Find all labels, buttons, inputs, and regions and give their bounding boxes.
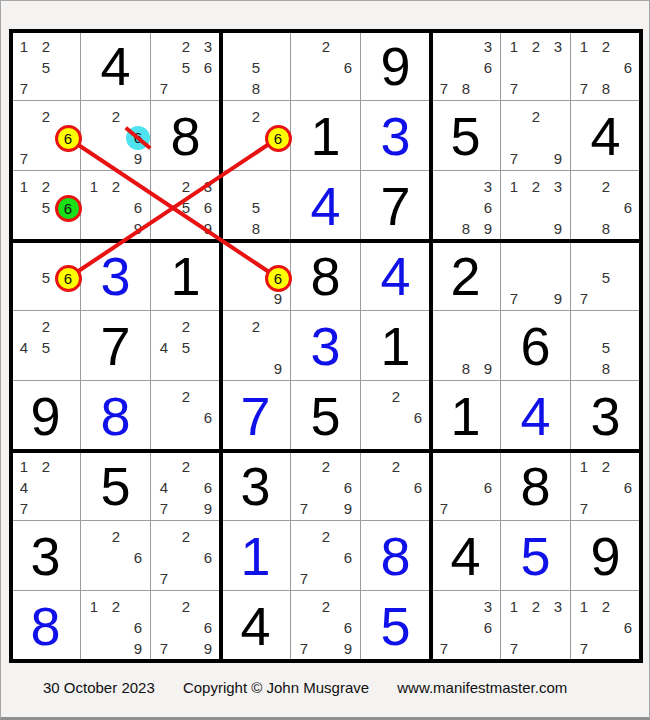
candidate-6: 6 (338, 58, 358, 78)
candidate-2: 2 (246, 107, 266, 127)
candidate-6: 6 (198, 478, 218, 498)
candidate-8: 8 (456, 219, 476, 239)
candidate-7: 7 (294, 569, 314, 589)
candidate-7: 7 (294, 499, 314, 519)
candidate-7: 7 (434, 499, 454, 519)
candidate-9: 9 (198, 219, 218, 239)
cell-r5c1[interactable]: 245 (11, 311, 81, 381)
candidate-2: 2 (596, 177, 616, 197)
cell-r4c6[interactable]: 4 (361, 241, 431, 311)
cell-r2c8[interactable]: 279 (501, 101, 571, 171)
box-border-horizontal (9, 449, 643, 453)
candidate-7: 7 (14, 79, 34, 99)
cell-r8c5[interactable]: 267 (291, 521, 361, 591)
candidate-5: 5 (36, 338, 56, 358)
digit-given: 3 (11, 521, 80, 590)
digit-solved: 8 (81, 381, 150, 450)
digit-given: 7 (81, 311, 150, 380)
candidate-2: 2 (36, 457, 56, 477)
candidate-6: 6 (618, 58, 638, 78)
cell-r2c3[interactable]: 8 (151, 101, 221, 171)
box-border-vertical (429, 29, 433, 663)
candidate-6: 6 (198, 408, 218, 428)
candidate-2: 2 (596, 597, 616, 617)
candidate-9: 9 (338, 499, 358, 519)
digit-given: 9 (361, 31, 430, 100)
cell-r6c7[interactable]: 1 (431, 381, 501, 451)
candidate-8: 8 (596, 359, 616, 379)
candidate-9: 9 (128, 639, 148, 659)
cell-r7c7[interactable]: 67 (431, 451, 501, 521)
candidate-8: 8 (246, 79, 266, 99)
cell-r8c1[interactable]: 3 (11, 521, 81, 591)
cell-r6c8[interactable]: 4 (501, 381, 571, 451)
candidate-6: 6 (198, 58, 218, 78)
candidate-9: 9 (198, 499, 218, 519)
candidate-2: 2 (176, 457, 196, 477)
candidate-4: 4 (14, 478, 34, 498)
candidate-7: 7 (294, 639, 314, 659)
candidate-6: 6 (478, 58, 498, 78)
digit-solved: 1 (221, 521, 290, 590)
candidate-2: 2 (526, 597, 546, 617)
cell-r9c1[interactable]: 8 (11, 591, 81, 661)
candidate-7: 7 (574, 79, 594, 99)
cell-r6c1[interactable]: 9 (11, 381, 81, 451)
candidate-7: 7 (504, 149, 524, 169)
digit-solved: 4 (361, 241, 430, 310)
candidate-5: 5 (36, 198, 56, 218)
cell-r7c5[interactable]: 2679 (291, 451, 361, 521)
candidate-5: 5 (176, 198, 196, 218)
candidate-7: 7 (574, 499, 594, 519)
cell-r7c4[interactable]: 3 (221, 451, 291, 521)
footer-copyright: Copyright © John Musgrave (183, 679, 369, 696)
candidate-5: 5 (596, 338, 616, 358)
digit-given: 5 (291, 381, 360, 450)
candidate-5: 5 (246, 198, 266, 218)
cell-r2c6[interactable]: 3 (361, 101, 431, 171)
candidate-2: 2 (526, 177, 546, 197)
candidate-2: 2 (526, 37, 546, 57)
cell-r8c8[interactable]: 5 (501, 521, 571, 591)
box-border-horizontal (9, 239, 643, 243)
cell-r5c5[interactable]: 3 (291, 311, 361, 381)
candidate-9: 9 (548, 149, 568, 169)
highlight-cyan-strike-r2c2: 6 (126, 126, 150, 150)
candidate-2: 2 (316, 527, 336, 547)
candidate-7: 7 (154, 79, 174, 99)
candidate-2: 2 (176, 387, 196, 407)
cell-r6c4[interactable]: 7 (221, 381, 291, 451)
cell-r3c8[interactable]: 1239 (501, 171, 571, 241)
candidate-7: 7 (434, 639, 454, 659)
highlight-green-r3c1: 6 (55, 195, 82, 222)
digit-given: 1 (361, 311, 430, 380)
digit-given: 8 (501, 451, 570, 520)
candidate-2: 2 (596, 457, 616, 477)
digit-solved: 4 (291, 171, 360, 240)
cell-r5c2[interactable]: 7 (81, 311, 151, 381)
candidate-8: 8 (456, 359, 476, 379)
candidate-9: 9 (268, 289, 288, 309)
cell-r6c9[interactable]: 3 (571, 381, 641, 451)
candidate-9: 9 (128, 149, 148, 169)
digit-given: 7 (361, 171, 430, 240)
candidate-6: 6 (338, 618, 358, 638)
candidate-5: 5 (36, 58, 56, 78)
candidate-2: 2 (106, 107, 126, 127)
cell-r3c2[interactable]: 1269 (81, 171, 151, 241)
candidate-1: 1 (14, 177, 34, 197)
candidate-6: 6 (618, 478, 638, 498)
cell-r8c4[interactable]: 1 (221, 521, 291, 591)
candidate-2: 2 (36, 177, 56, 197)
candidate-1: 1 (84, 597, 104, 617)
cell-r4c8[interactable]: 79 (501, 241, 571, 311)
digit-solved: 3 (81, 241, 150, 310)
cell-r1c2[interactable]: 4 (81, 31, 151, 101)
candidate-2: 2 (106, 177, 126, 197)
candidate-9: 9 (478, 359, 498, 379)
highlight-yellow-r4c1: 6 (55, 265, 82, 292)
candidate-6: 6 (128, 618, 148, 638)
cell-r5c8[interactable]: 6 (501, 311, 571, 381)
cell-r7c9[interactable]: 1267 (571, 451, 641, 521)
candidate-2: 2 (596, 37, 616, 57)
cell-r8c2[interactable]: 26 (81, 521, 151, 591)
candidate-2: 2 (36, 37, 56, 57)
candidate-7: 7 (574, 639, 594, 659)
candidate-2: 2 (36, 107, 56, 127)
candidate-7: 7 (434, 79, 454, 99)
digit-given: 3 (221, 451, 290, 520)
candidate-2: 2 (386, 387, 406, 407)
cell-r7c3[interactable]: 24679 (151, 451, 221, 521)
cell-r5c7[interactable]: 89 (431, 311, 501, 381)
candidate-1: 1 (14, 37, 34, 57)
cell-r9c5[interactable]: 2679 (291, 591, 361, 661)
cell-r1c5[interactable]: 26 (291, 31, 361, 101)
cell-r8c6[interactable]: 8 (361, 521, 431, 591)
candidate-4: 4 (14, 338, 34, 358)
candidate-2: 2 (176, 597, 196, 617)
candidate-6: 6 (198, 548, 218, 568)
digit-given: 8 (291, 241, 360, 310)
candidate-3: 3 (478, 177, 498, 197)
candidate-1: 1 (14, 457, 34, 477)
candidate-3: 3 (198, 37, 218, 57)
digit-given: 3 (571, 381, 640, 450)
sudoku-page: 1257423567582693678123712678267269826135… (0, 0, 650, 720)
candidate-7: 7 (14, 499, 34, 519)
digit-given: 1 (431, 381, 500, 450)
candidate-9: 9 (548, 219, 568, 239)
cell-r4c5[interactable]: 8 (291, 241, 361, 311)
candidate-7: 7 (504, 289, 524, 309)
cell-r9c7[interactable]: 367 (431, 591, 501, 661)
candidate-2: 2 (246, 317, 266, 337)
digit-given: 4 (81, 31, 150, 100)
candidate-2: 2 (526, 107, 546, 127)
cell-r2c5[interactable]: 1 (291, 101, 361, 171)
cell-r4c3[interactable]: 1 (151, 241, 221, 311)
candidate-6: 6 (478, 618, 498, 638)
candidate-5: 5 (176, 58, 196, 78)
candidate-9: 9 (128, 219, 148, 239)
candidate-7: 7 (14, 149, 34, 169)
candidate-6: 6 (408, 408, 428, 428)
candidate-5: 5 (596, 268, 616, 288)
candidate-3: 3 (198, 177, 218, 197)
cell-r3c9[interactable]: 268 (571, 171, 641, 241)
cell-r9c9[interactable]: 1267 (571, 591, 641, 661)
digit-solved: 3 (291, 311, 360, 380)
cell-r7c6[interactable]: 26 (361, 451, 431, 521)
candidate-6: 6 (478, 478, 498, 498)
cell-r4c9[interactable]: 57 (571, 241, 641, 311)
box-border-vertical (9, 29, 13, 663)
digit-solved: 4 (501, 381, 570, 450)
digit-given: 4 (221, 591, 290, 660)
footer: 30 October 2023 Copyright © John Musgrav… (43, 679, 591, 696)
candidate-1: 1 (574, 37, 594, 57)
digit-given: 9 (571, 521, 640, 590)
cell-r3c3[interactable]: 23569 (151, 171, 221, 241)
candidate-7: 7 (154, 639, 174, 659)
cell-r6c2[interactable]: 8 (81, 381, 151, 451)
cell-r3c4[interactable]: 58 (221, 171, 291, 241)
highlight-yellow-r2c4: 6 (265, 125, 292, 152)
candidate-2: 2 (36, 317, 56, 337)
cell-r6c3[interactable]: 26 (151, 381, 221, 451)
candidate-2: 2 (106, 527, 126, 547)
candidate-6: 6 (338, 548, 358, 568)
candidate-1: 1 (574, 597, 594, 617)
digit-given: 4 (571, 101, 640, 170)
footer-date: 30 October 2023 (43, 679, 155, 696)
candidate-2: 2 (176, 177, 196, 197)
candidate-8: 8 (596, 79, 616, 99)
cell-r5c3[interactable]: 245 (151, 311, 221, 381)
cell-r1c6[interactable]: 9 (361, 31, 431, 101)
candidate-9: 9 (478, 219, 498, 239)
cell-r9c4[interactable]: 4 (221, 591, 291, 661)
candidate-7: 7 (154, 499, 174, 519)
candidate-5: 5 (36, 268, 56, 288)
digit-solved: 7 (221, 381, 290, 450)
digit-given: 5 (431, 101, 500, 170)
candidate-5: 5 (246, 58, 266, 78)
cell-r3c5[interactable]: 4 (291, 171, 361, 241)
footer-website[interactable]: www.manifestmaster.com (397, 679, 567, 696)
candidate-2: 2 (106, 597, 126, 617)
digit-given: 8 (151, 101, 220, 170)
digit-given: 9 (11, 381, 80, 450)
candidate-6: 6 (618, 198, 638, 218)
digit-given: 1 (291, 101, 360, 170)
candidate-7: 7 (154, 569, 174, 589)
candidate-2: 2 (316, 597, 336, 617)
candidate-8: 8 (246, 219, 266, 239)
cell-r7c8[interactable]: 8 (501, 451, 571, 521)
candidate-7: 7 (504, 639, 524, 659)
cell-r1c8[interactable]: 1237 (501, 31, 571, 101)
candidate-6: 6 (128, 198, 148, 218)
cell-r2c9[interactable]: 4 (571, 101, 641, 171)
candidate-2: 2 (176, 527, 196, 547)
candidate-6: 6 (198, 618, 218, 638)
cell-r5c4[interactable]: 29 (221, 311, 291, 381)
candidate-1: 1 (84, 177, 104, 197)
cell-r3c6[interactable]: 7 (361, 171, 431, 241)
cell-r8c3[interactable]: 267 (151, 521, 221, 591)
digit-solved: 8 (361, 521, 430, 590)
cell-r9c6[interactable]: 5 (361, 591, 431, 661)
candidate-3: 3 (548, 177, 568, 197)
cell-r5c9[interactable]: 58 (571, 311, 641, 381)
candidate-6: 6 (478, 198, 498, 218)
candidate-3: 3 (548, 37, 568, 57)
digit-given: 6 (501, 311, 570, 380)
digit-given: 1 (151, 241, 220, 310)
digit-solved: 3 (361, 101, 430, 170)
cell-r4c7[interactable]: 2 (431, 241, 501, 311)
candidate-6: 6 (198, 198, 218, 218)
cell-r5c6[interactable]: 1 (361, 311, 431, 381)
candidate-7: 7 (504, 79, 524, 99)
cell-r6c5[interactable]: 5 (291, 381, 361, 451)
digit-solved: 5 (501, 521, 570, 590)
cell-r8c9[interactable]: 9 (571, 521, 641, 591)
candidate-9: 9 (338, 639, 358, 659)
cell-r4c2[interactable]: 3 (81, 241, 151, 311)
box-border-vertical (639, 29, 643, 663)
cell-r2c7[interactable]: 5 (431, 101, 501, 171)
candidate-6: 6 (338, 478, 358, 498)
candidate-3: 3 (478, 37, 498, 57)
candidate-9: 9 (268, 359, 288, 379)
candidate-8: 8 (456, 79, 476, 99)
cell-r6c6[interactable]: 26 (361, 381, 431, 451)
candidate-4: 4 (154, 338, 174, 358)
candidate-3: 3 (478, 597, 498, 617)
box-border-horizontal (9, 659, 643, 663)
digit-solved: 5 (361, 591, 430, 660)
highlight-yellow-r4c4: 6 (265, 265, 292, 292)
digit-given: 5 (81, 451, 150, 520)
cell-r7c2[interactable]: 5 (81, 451, 151, 521)
cell-r1c3[interactable]: 23567 (151, 31, 221, 101)
candidate-5: 5 (176, 338, 196, 358)
box-border-horizontal (9, 29, 643, 33)
candidate-9: 9 (198, 639, 218, 659)
cell-r9c8[interactable]: 1237 (501, 591, 571, 661)
digit-given: 2 (431, 241, 500, 310)
digit-solved: 8 (11, 591, 80, 660)
cell-r7c1[interactable]: 1247 (11, 451, 81, 521)
candidate-3: 3 (548, 597, 568, 617)
cell-r1c9[interactable]: 12678 (571, 31, 641, 101)
candidate-9: 9 (548, 289, 568, 309)
candidate-1: 1 (504, 177, 524, 197)
candidate-6: 6 (618, 618, 638, 638)
candidate-4: 4 (154, 478, 174, 498)
cell-r1c1[interactable]: 1257 (11, 31, 81, 101)
sudoku-board: 1257423567582693678123712678267269826135… (11, 31, 641, 661)
cell-r1c4[interactable]: 58 (221, 31, 291, 101)
candidate-2: 2 (176, 317, 196, 337)
candidate-1: 1 (504, 597, 524, 617)
candidate-2: 2 (386, 457, 406, 477)
candidate-1: 1 (504, 37, 524, 57)
cell-grid: 1257423567582693678123712678267269826135… (11, 31, 641, 661)
candidate-6: 6 (408, 478, 428, 498)
digit-given: 4 (431, 521, 500, 590)
cell-r9c2[interactable]: 1269 (81, 591, 151, 661)
candidate-7: 7 (574, 289, 594, 309)
cell-r3c7[interactable]: 3689 (431, 171, 501, 241)
candidate-1: 1 (574, 457, 594, 477)
candidate-2: 2 (316, 37, 336, 57)
cell-r1c7[interactable]: 3678 (431, 31, 501, 101)
cell-r9c3[interactable]: 2679 (151, 591, 221, 661)
cell-r8c7[interactable]: 4 (431, 521, 501, 591)
candidate-2: 2 (176, 37, 196, 57)
candidate-2: 2 (316, 457, 336, 477)
candidate-8: 8 (596, 219, 616, 239)
candidate-6: 6 (128, 548, 148, 568)
box-border-vertical (219, 29, 223, 663)
highlight-yellow-r2c1: 6 (55, 125, 82, 152)
